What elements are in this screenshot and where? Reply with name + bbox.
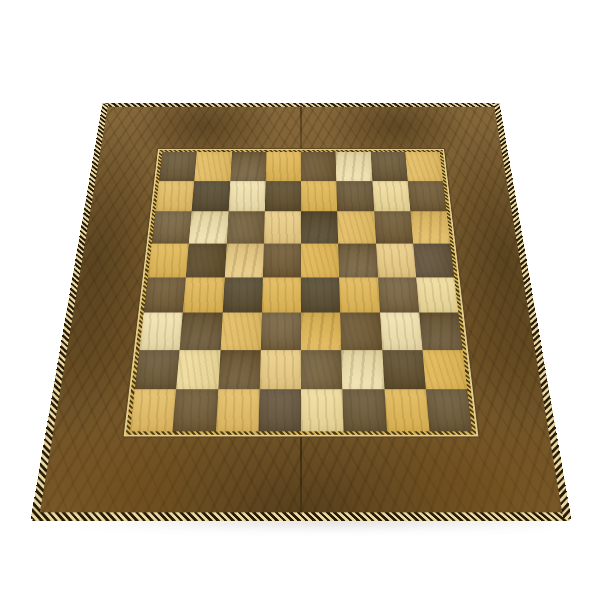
board-square[interactable] [230,152,266,181]
board-square[interactable] [228,181,265,211]
board-square[interactable] [152,211,192,243]
board-square[interactable] [258,390,301,432]
board-square[interactable] [336,152,372,181]
board-square[interactable] [220,313,261,350]
board-square[interactable] [301,277,340,312]
fold-seam-bottom [300,433,302,515]
rope-edge-right [494,104,572,519]
board-square[interactable] [218,350,261,390]
board-square[interactable] [410,211,450,243]
playing-field-grid [130,152,472,431]
board-square[interactable] [337,181,374,211]
board-square[interactable] [261,313,301,350]
board-square[interactable] [416,277,458,312]
board-square[interactable] [422,350,467,390]
board-square[interactable] [372,181,410,211]
board-square[interactable] [192,181,230,211]
board-square[interactable] [183,277,224,312]
board-square[interactable] [380,313,423,350]
board-square[interactable] [159,152,197,181]
board-square[interactable] [337,211,375,243]
board-square[interactable] [173,390,218,432]
board-square[interactable] [413,243,454,277]
board-square[interactable] [263,243,301,277]
board-square[interactable] [189,211,228,243]
rope-edge-left [31,104,109,519]
board-square[interactable] [135,350,180,390]
board-square[interactable] [343,390,387,432]
board-square[interactable] [301,350,343,390]
board-square[interactable] [384,390,429,432]
board-square[interactable] [139,313,183,350]
board-square[interactable] [378,277,419,312]
board-square[interactable] [265,152,301,181]
board-square[interactable] [426,390,472,432]
board-square[interactable] [408,181,447,211]
photo-background [0,0,600,600]
board-square[interactable] [301,211,338,243]
board-square[interactable] [301,243,339,277]
fold-seam-top [300,106,302,151]
board-square[interactable] [301,313,341,350]
board-square[interactable] [419,313,463,350]
board-square[interactable] [176,350,220,390]
board-square[interactable] [301,181,337,211]
board-square[interactable] [382,350,426,390]
board-square[interactable] [301,152,337,181]
board-square[interactable] [226,211,264,243]
board-square[interactable] [180,313,223,350]
board-square[interactable] [376,243,416,277]
board-square[interactable] [340,313,381,350]
board-square[interactable] [338,243,377,277]
board-square[interactable] [374,211,413,243]
board-square[interactable] [155,181,194,211]
board-square[interactable] [259,350,301,390]
board-square[interactable] [215,390,259,432]
board-square[interactable] [148,243,189,277]
board-square[interactable] [339,277,379,312]
board-square[interactable] [265,181,301,211]
board-square[interactable] [405,152,443,181]
board-square[interactable] [370,152,407,181]
chessboard [35,105,567,517]
board-square[interactable] [341,350,384,390]
board-square[interactable] [130,390,176,432]
board-square[interactable] [186,243,226,277]
playing-field [126,150,477,435]
board-square[interactable] [262,277,301,312]
board-square[interactable] [224,243,263,277]
board-square[interactable] [194,152,231,181]
board-frame [35,105,567,517]
board-square[interactable] [301,390,344,432]
board-square[interactable] [264,211,301,243]
board-square[interactable] [144,277,186,312]
board-square[interactable] [222,277,262,312]
